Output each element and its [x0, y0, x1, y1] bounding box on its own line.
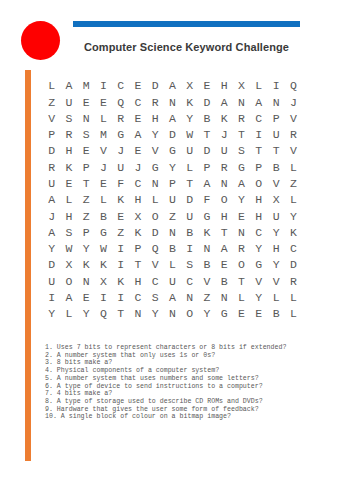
grid-cell-r14c8[interactable]: A [164, 289, 181, 305]
grid-cell-r7c2[interactable]: E [60, 176, 77, 192]
grid-cell-r15c6[interactable]: N [129, 306, 146, 322]
left-accent-bar [25, 70, 31, 461]
grid-cell-r2c7[interactable]: R [147, 94, 164, 110]
grid-cell-r13c3[interactable]: N [78, 273, 95, 289]
grid-cell-r8c15[interactable]: L [285, 192, 302, 208]
grid-cell-r1c6[interactable]: E [129, 78, 146, 94]
grid-cell-r5c14[interactable]: T [267, 143, 284, 159]
grid-cell-r11c10[interactable]: N [198, 241, 215, 257]
grid-cell-r15c8[interactable]: N [164, 306, 181, 322]
grid-cell-r7c3[interactable]: T [78, 176, 95, 192]
grid-cell-r4c2[interactable]: R [60, 127, 77, 143]
grid-cell-r13c5[interactable]: K [112, 273, 129, 289]
grid-cell-r14c3[interactable]: E [78, 289, 95, 305]
clue-item-3: 3. 8 bits make a? [45, 359, 325, 367]
grid-cell-r15c4[interactable]: Q [95, 306, 112, 322]
grid-cell-r15c12[interactable]: E [233, 306, 250, 322]
grid-cell-r2c1[interactable]: Z [43, 94, 60, 110]
grid-cell-r14c15[interactable]: L [285, 289, 302, 305]
grid-cell-r14c4[interactable]: I [95, 289, 112, 305]
grid-cell-r9c10[interactable]: G [198, 208, 215, 224]
grid-cell-r14c1[interactable]: I [43, 289, 60, 305]
grid-cell-r7c14[interactable]: V [267, 176, 284, 192]
grid-cell-r3c7[interactable]: H [147, 111, 164, 127]
grid-cell-r8c14[interactable]: X [267, 192, 284, 208]
grid-cell-r11c12[interactable]: R [233, 241, 250, 257]
grid-cell-r1c14[interactable]: I [267, 78, 284, 94]
grid-cell-r7c1[interactable]: U [43, 176, 60, 192]
grid-cell-r13c10[interactable]: V [198, 273, 215, 289]
grid-cell-r2c14[interactable]: N [267, 94, 284, 110]
grid-cell-r2c2[interactable]: U [60, 94, 77, 110]
grid-cell-r14c14[interactable]: L [267, 289, 284, 305]
grid-cell-r7c11[interactable]: N [216, 176, 233, 192]
grid-cell-r12c12[interactable]: O [233, 257, 250, 273]
grid-cell-r11c4[interactable]: W [95, 241, 112, 257]
grid-cell-r15c2[interactable]: L [60, 306, 77, 322]
grid-cell-r9c13[interactable]: H [250, 208, 267, 224]
grid-cell-r10c14[interactable]: Y [267, 224, 284, 240]
grid-cell-r9c5[interactable]: E [112, 208, 129, 224]
grid-cell-r7c5[interactable]: F [112, 176, 129, 192]
grid-cell-r13c2[interactable]: O [60, 273, 77, 289]
grid-cell-r4c13[interactable]: I [250, 127, 267, 143]
grid-cell-r15c9[interactable]: O [181, 306, 198, 322]
grid-cell-r12c8[interactable]: L [164, 257, 181, 273]
grid-cell-r5c8[interactable]: G [164, 143, 181, 159]
grid-cell-r13c7[interactable]: C [147, 273, 164, 289]
grid-cell-r14c11[interactable]: N [216, 289, 233, 305]
grid-cell-r8c6[interactable]: H [129, 192, 146, 208]
grid-cell-r15c11[interactable]: G [216, 306, 233, 322]
grid-cell-r6c14[interactable]: B [267, 159, 284, 175]
grid-cell-r5c11[interactable]: U [216, 143, 233, 159]
grid-cell-r4c14[interactable]: U [267, 127, 284, 143]
grid-cell-r14c12[interactable]: L [233, 289, 250, 305]
clue-item-5: 5. A number system that uses numbers and… [45, 375, 325, 383]
grid-cell-r3c6[interactable]: E [129, 111, 146, 127]
grid-cell-r9c6[interactable]: X [129, 208, 146, 224]
grid-cell-r3c11[interactable]: K [216, 111, 233, 127]
grid-cell-r6c4[interactable]: J [95, 159, 112, 175]
grid-cell-r12c13[interactable]: G [250, 257, 267, 273]
grid-cell-r1c12[interactable]: X [233, 78, 250, 94]
grid-cell-r7c12[interactable]: A [233, 176, 250, 192]
grid-cell-r13c4[interactable]: X [95, 273, 112, 289]
grid-cell-r3c13[interactable]: C [250, 111, 267, 127]
grid-cell-r6c15[interactable]: L [285, 159, 302, 175]
grid-cell-r5c13[interactable]: T [250, 143, 267, 159]
grid-cell-r2c9[interactable]: K [181, 94, 198, 110]
grid-cell-r10c1[interactable]: A [43, 224, 60, 240]
grid-cell-r5c15[interactable]: V [285, 143, 302, 159]
grid-cell-r9c4[interactable]: B [95, 208, 112, 224]
grid-cell-r9c7[interactable]: O [147, 208, 164, 224]
grid-cell-r2c12[interactable]: N [233, 94, 250, 110]
clue-item-6: 6. A type of device to send instructions… [45, 383, 325, 391]
grid-cell-r10c2[interactable]: S [60, 224, 77, 240]
clue-item-4: 4. Physical components of a computer sys… [45, 367, 325, 375]
grid-cell-r12c3[interactable]: K [78, 257, 95, 273]
grid-cell-r14c7[interactable]: S [147, 289, 164, 305]
grid-cell-r11c14[interactable]: H [267, 241, 284, 257]
grid-cell-r1c3[interactable]: M [78, 78, 95, 94]
grid-cell-r3c4[interactable]: L [95, 111, 112, 127]
grid-cell-r2c6[interactable]: C [129, 94, 146, 110]
grid-cell-r13c12[interactable]: T [233, 273, 250, 289]
grid-cell-r9c9[interactable]: U [181, 208, 198, 224]
grid-cell-r5c2[interactable]: H [60, 143, 77, 159]
grid-cell-r10c7[interactable]: D [147, 224, 164, 240]
grid-cell-r10c8[interactable]: N [164, 224, 181, 240]
grid-cell-r1c7[interactable]: D [147, 78, 164, 94]
grid-cell-r12c15[interactable]: D [285, 257, 302, 273]
grid-cell-r15c7[interactable]: Y [147, 306, 164, 322]
grid-cell-r3c1[interactable]: V [43, 111, 60, 127]
grid-cell-r10c13[interactable]: C [250, 224, 267, 240]
grid-cell-r13c8[interactable]: U [164, 273, 181, 289]
grid-cell-r1c15[interactable]: Q [285, 78, 302, 94]
grid-cell-r8c12[interactable]: Y [233, 192, 250, 208]
grid-cell-r1c2[interactable]: A [60, 78, 77, 94]
grid-cell-r2c8[interactable]: N [164, 94, 181, 110]
grid-cell-r6c1[interactable]: R [43, 159, 60, 175]
grid-cell-r4c15[interactable]: R [285, 127, 302, 143]
grid-cell-r9c14[interactable]: U [267, 208, 284, 224]
grid-cell-r4c7[interactable]: Y [147, 127, 164, 143]
grid-cell-r15c10[interactable]: Y [198, 306, 215, 322]
grid-cell-r14c5[interactable]: I [112, 289, 129, 305]
grid-cell-r10c10[interactable]: K [198, 224, 215, 240]
grid-cell-r14c2[interactable]: A [60, 289, 77, 305]
grid-cell-r7c13[interactable]: O [250, 176, 267, 192]
grid-cell-r4c4[interactable]: M [95, 127, 112, 143]
grid-cell-r2c11[interactable]: A [216, 94, 233, 110]
grid-cell-r1c10[interactable]: E [198, 78, 215, 94]
grid-cell-r4c10[interactable]: T [198, 127, 215, 143]
grid-cell-r2c10[interactable]: D [198, 94, 215, 110]
grid-cell-r4c11[interactable]: J [216, 127, 233, 143]
grid-cell-r5c5[interactable]: J [112, 143, 129, 159]
grid-cell-r10c3[interactable]: P [78, 224, 95, 240]
grid-cell-r6c12[interactable]: G [233, 159, 250, 175]
grid-cell-r3c15[interactable]: V [285, 111, 302, 127]
grid-cell-r5c3[interactable]: E [78, 143, 95, 159]
grid-cell-r7c6[interactable]: C [129, 176, 146, 192]
grid-cell-r6c3[interactable]: P [78, 159, 95, 175]
grid-cell-r5c9[interactable]: U [181, 143, 198, 159]
grid-cell-r4c3[interactable]: S [78, 127, 95, 143]
grid-cell-r9c15[interactable]: Y [285, 208, 302, 224]
grid-cell-r9c2[interactable]: H [60, 208, 77, 224]
grid-cell-r10c4[interactable]: G [95, 224, 112, 240]
grid-cell-r15c5[interactable]: T [112, 306, 129, 322]
grid-cell-r6c9[interactable]: L [181, 159, 198, 175]
clue-item-10: 10. A single block of colour on a bitmap… [45, 413, 325, 421]
grid-cell-r8c1[interactable]: A [43, 192, 60, 208]
grid-cell-r12c2[interactable]: X [60, 257, 77, 273]
grid-cell-r12c9[interactable]: S [181, 257, 198, 273]
grid-cell-r10c9[interactable]: B [181, 224, 198, 240]
grid-cell-r12c5[interactable]: I [112, 257, 129, 273]
grid-cell-r8c10[interactable]: F [198, 192, 215, 208]
grid-cell-r8c9[interactable]: D [181, 192, 198, 208]
grid-cell-r11c8[interactable]: B [164, 241, 181, 257]
grid-cell-r12c6[interactable]: T [129, 257, 146, 273]
grid-cell-r3c3[interactable]: N [78, 111, 95, 127]
grid-cell-r13c15[interactable]: R [285, 273, 302, 289]
grid-cell-r1c13[interactable]: L [250, 78, 267, 94]
grid-cell-r11c9[interactable]: I [181, 241, 198, 257]
grid-cell-r7c7[interactable]: N [147, 176, 164, 192]
grid-cell-r5c12[interactable]: S [233, 143, 250, 159]
clue-item-7: 7. 4 bits make a? [45, 390, 325, 398]
grid-cell-r4c12[interactable]: T [233, 127, 250, 143]
grid-cell-r11c13[interactable]: Y [250, 241, 267, 257]
grid-cell-r5c10[interactable]: D [198, 143, 215, 159]
clue-list: 1. Uses 7 bits to represent characters o… [45, 344, 325, 421]
grid-cell-r8c4[interactable]: L [95, 192, 112, 208]
grid-cell-r3c10[interactable]: B [198, 111, 215, 127]
grid-cell-r15c14[interactable]: B [267, 306, 284, 322]
grid-cell-r1c4[interactable]: I [95, 78, 112, 94]
grid-cell-r14c9[interactable]: N [181, 289, 198, 305]
grid-cell-r13c13[interactable]: V [250, 273, 267, 289]
grid-cell-r13c1[interactable]: U [43, 273, 60, 289]
grid-cell-r11c1[interactable]: Y [43, 241, 60, 257]
grid-cell-r6c2[interactable]: K [60, 159, 77, 175]
clue-item-1: 1. Uses 7 bits to represent characters o… [45, 344, 325, 352]
grid-cell-r2c3[interactable]: E [78, 94, 95, 110]
grid-cell-r4c1[interactable]: P [43, 127, 60, 143]
grid-cell-r11c5[interactable]: I [112, 241, 129, 257]
grid-cell-r15c13[interactable]: E [250, 306, 267, 322]
blue-header-bar [73, 21, 300, 27]
grid-cell-r6c5[interactable]: U [112, 159, 129, 175]
clue-item-9: 9. Hardware that gives the user some for… [45, 406, 325, 414]
grid-cell-r9c1[interactable]: J [43, 208, 60, 224]
grid-cell-r14c10[interactable]: Z [198, 289, 215, 305]
grid-cell-r5c4[interactable]: V [95, 143, 112, 159]
grid-cell-r3c5[interactable]: R [112, 111, 129, 127]
grid-cell-r11c15[interactable]: C [285, 241, 302, 257]
grid-cell-r1c1[interactable]: L [43, 78, 60, 94]
grid-cell-r11c7[interactable]: Q [147, 241, 164, 257]
grid-cell-r4c9[interactable]: W [181, 127, 198, 143]
grid-cell-r15c3[interactable]: Y [78, 306, 95, 322]
grid-cell-r2c15[interactable]: J [285, 94, 302, 110]
red-circle-logo [21, 21, 60, 60]
grid-cell-r8c3[interactable]: Z [78, 192, 95, 208]
grid-cell-r7c15[interactable]: Z [285, 176, 302, 192]
grid-cell-r12c1[interactable]: D [43, 257, 60, 273]
grid-cell-r2c13[interactable]: A [250, 94, 267, 110]
grid-cell-r15c15[interactable]: L [285, 306, 302, 322]
grid-cell-r3c8[interactable]: A [164, 111, 181, 127]
worksheet-page: Computer Science Keyword Challenge LAMIC… [0, 0, 354, 500]
grid-cell-r7c4[interactable]: E [95, 176, 112, 192]
grid-cell-r11c11[interactable]: A [216, 241, 233, 257]
grid-cell-r6c10[interactable]: P [198, 159, 215, 175]
clue-item-2: 2. A number system that only uses 1s or … [45, 352, 325, 360]
grid-cell-r13c6[interactable]: H [129, 273, 146, 289]
grid-cell-r1c9[interactable]: X [181, 78, 198, 94]
grid-cell-r9c12[interactable]: E [233, 208, 250, 224]
grid-cell-r8c11[interactable]: O [216, 192, 233, 208]
grid-cell-r14c6[interactable]: C [129, 289, 146, 305]
grid-cell-r1c8[interactable]: A [164, 78, 181, 94]
grid-cell-r5c6[interactable]: E [129, 143, 146, 159]
grid-cell-r8c7[interactable]: L [147, 192, 164, 208]
grid-cell-r7c8[interactable]: P [164, 176, 181, 192]
grid-cell-r7c9[interactable]: T [181, 176, 198, 192]
grid-cell-r14c13[interactable]: Y [250, 289, 267, 305]
grid-cell-r3c12[interactable]: R [233, 111, 250, 127]
grid-cell-r1c11[interactable]: H [216, 78, 233, 94]
grid-cell-r6c13[interactable]: P [250, 159, 267, 175]
grid-cell-r10c15[interactable]: K [285, 224, 302, 240]
grid-cell-r12c7[interactable]: V [147, 257, 164, 273]
grid-cell-r12c14[interactable]: Y [267, 257, 284, 273]
grid-cell-r3c2[interactable]: S [60, 111, 77, 127]
clue-item-8: 8. A type of storage used to describe CD… [45, 398, 325, 406]
grid-cell-r5c1[interactable]: D [43, 143, 60, 159]
page-title: Computer Science Keyword Challenge [73, 41, 300, 53]
word-search-grid: LAMICEDAXEHXLIQZUEEQCRNKDANANJVSNLREHAYB… [43, 78, 302, 322]
grid-cell-r4c5[interactable]: G [112, 127, 129, 143]
grid-cell-r11c3[interactable]: Y [78, 241, 95, 257]
grid-cell-r9c3[interactable]: Z [78, 208, 95, 224]
grid-cell-r8c8[interactable]: U [164, 192, 181, 208]
grid-cell-r13c9[interactable]: C [181, 273, 198, 289]
grid-cell-r4c8[interactable]: D [164, 127, 181, 143]
grid-cell-r13c14[interactable]: V [267, 273, 284, 289]
grid-cell-r11c6[interactable]: P [129, 241, 146, 257]
grid-cell-r7c10[interactable]: A [198, 176, 215, 192]
grid-cell-r9c8[interactable]: Z [164, 208, 181, 224]
grid-cell-r6c6[interactable]: J [129, 159, 146, 175]
grid-cell-r12c11[interactable]: E [216, 257, 233, 273]
grid-cell-r6c8[interactable]: Y [164, 159, 181, 175]
grid-cell-r1c5[interactable]: C [112, 78, 129, 94]
grid-cell-r10c5[interactable]: Z [112, 224, 129, 240]
grid-cell-r9c11[interactable]: H [216, 208, 233, 224]
grid-cell-r3c9[interactable]: Y [181, 111, 198, 127]
grid-cell-r13c11[interactable]: B [216, 273, 233, 289]
grid-cell-r11c2[interactable]: W [60, 241, 77, 257]
grid-cell-r6c7[interactable]: G [147, 159, 164, 175]
grid-cell-r5c7[interactable]: V [147, 143, 164, 159]
grid-cell-r12c4[interactable]: K [95, 257, 112, 273]
grid-cell-r15c1[interactable]: Y [43, 306, 60, 322]
grid-cell-r2c5[interactable]: Q [112, 94, 129, 110]
grid-cell-r3c14[interactable]: P [267, 111, 284, 127]
grid-cell-r12c10[interactable]: B [198, 257, 215, 273]
grid-cell-r10c11[interactable]: T [216, 224, 233, 240]
grid-cell-r2c4[interactable]: E [95, 94, 112, 110]
grid-cell-r8c13[interactable]: H [250, 192, 267, 208]
grid-cell-r10c12[interactable]: N [233, 224, 250, 240]
grid-cell-r4c6[interactable]: A [129, 127, 146, 143]
grid-cell-r8c2[interactable]: L [60, 192, 77, 208]
grid-cell-r6c11[interactable]: R [216, 159, 233, 175]
grid-cell-r8c5[interactable]: K [112, 192, 129, 208]
grid-cell-r10c6[interactable]: K [129, 224, 146, 240]
